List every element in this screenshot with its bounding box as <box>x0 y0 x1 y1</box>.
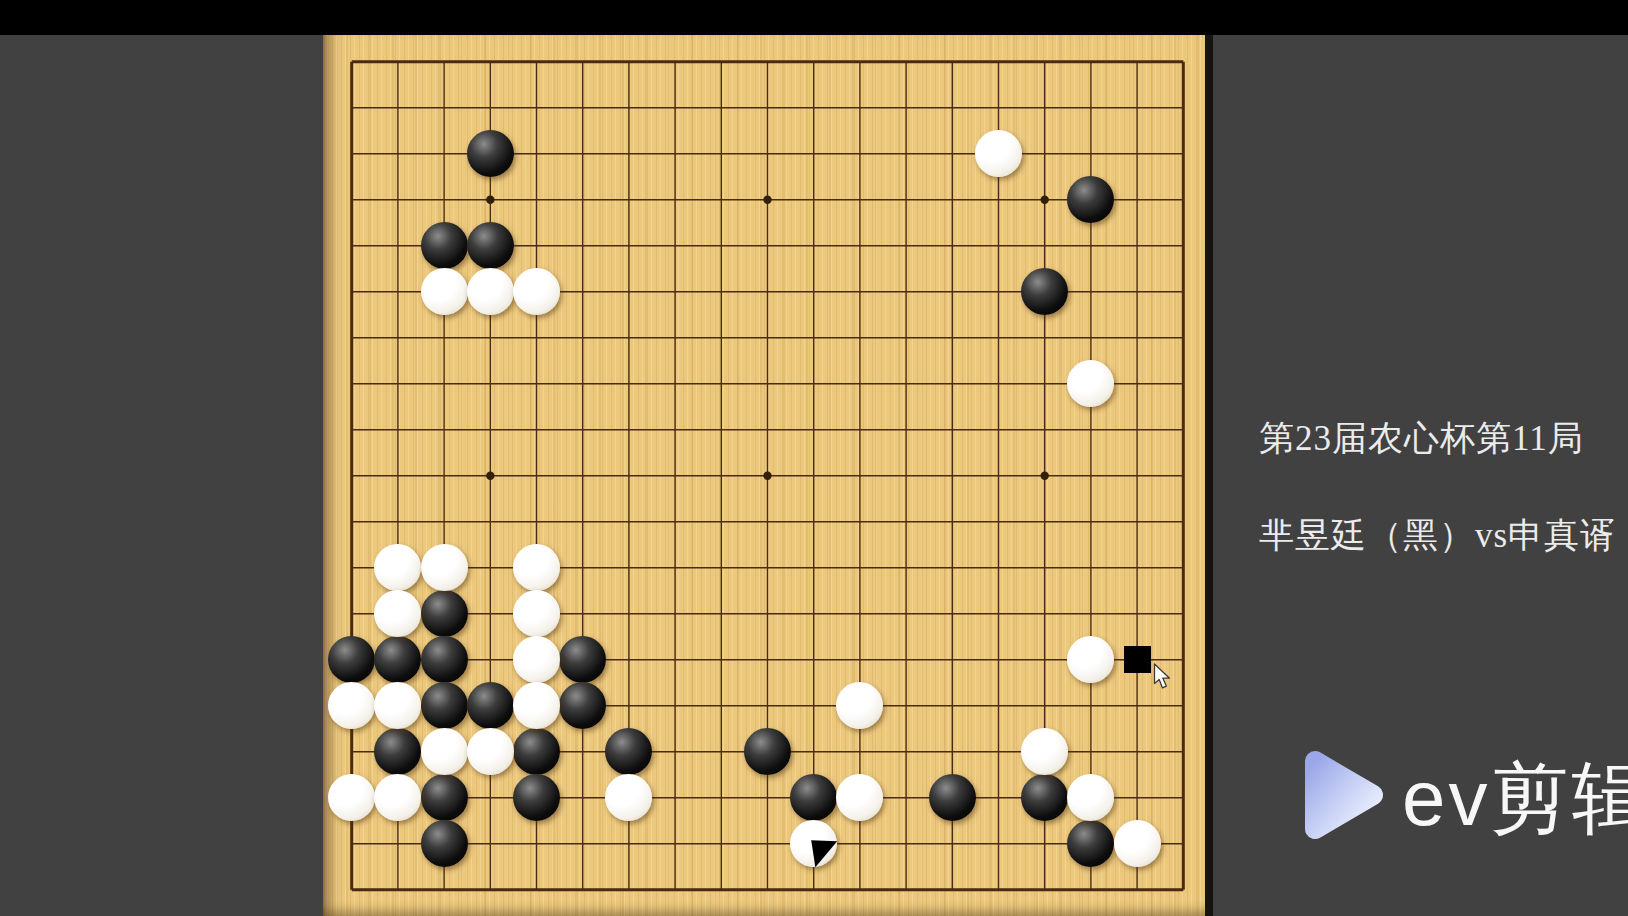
stone-black-d17 <box>467 130 514 177</box>
star-point-d10 <box>486 472 494 480</box>
stone-black-c7 <box>421 590 468 637</box>
play-triangle-icon <box>1298 748 1388 842</box>
watermark-label: ev剪辑 <box>1402 747 1628 852</box>
stone-black-c6 <box>421 636 468 683</box>
stone-black-e4 <box>513 728 560 775</box>
stone-white-e7 <box>513 590 560 637</box>
star-point-d16 <box>486 196 494 204</box>
star-point-k16 <box>763 196 771 204</box>
stone-black-o3 <box>929 774 976 821</box>
board-side-edge <box>1205 35 1213 916</box>
arrow-cursor-icon <box>1153 663 1174 690</box>
top-letterbox-bar <box>0 0 1628 35</box>
caption-event-title: 第23届农心杯第11局 <box>1259 415 1584 462</box>
star-point-q10 <box>1041 472 1049 480</box>
stone-white-d4 <box>467 728 514 775</box>
stone-black-d5 <box>467 682 514 729</box>
stone-black-e3 <box>513 774 560 821</box>
caption-players: 芈昱廷（黑）vs申真谞 <box>1259 512 1616 559</box>
move-preview-square[interactable] <box>1124 646 1151 673</box>
stone-white-s2 <box>1114 820 1161 867</box>
video-frame: 第23届农心杯第11局 芈昱廷（黑）vs申真谞 ev剪辑 <box>0 0 1628 916</box>
star-point-k10 <box>763 472 771 480</box>
stone-white-c8 <box>421 544 468 591</box>
stone-white-d14 <box>467 268 514 315</box>
go-board[interactable] <box>323 35 1205 916</box>
stone-white-e8 <box>513 544 560 591</box>
stone-black-c5 <box>421 682 468 729</box>
stone-black-k4 <box>744 728 791 775</box>
ev-watermark: ev剪辑 <box>1298 745 1628 845</box>
stone-black-c3 <box>421 774 468 821</box>
stone-white-p17 <box>975 130 1022 177</box>
stone-white-c4 <box>421 728 468 775</box>
stone-black-c2 <box>421 820 468 867</box>
stone-white-e14 <box>513 268 560 315</box>
star-point-q16 <box>1041 196 1049 204</box>
stone-white-c14 <box>421 268 468 315</box>
stone-white-e5 <box>513 682 560 729</box>
stone-black-d15 <box>467 222 514 269</box>
stone-black-c15 <box>421 222 468 269</box>
stone-white-e6 <box>513 636 560 683</box>
